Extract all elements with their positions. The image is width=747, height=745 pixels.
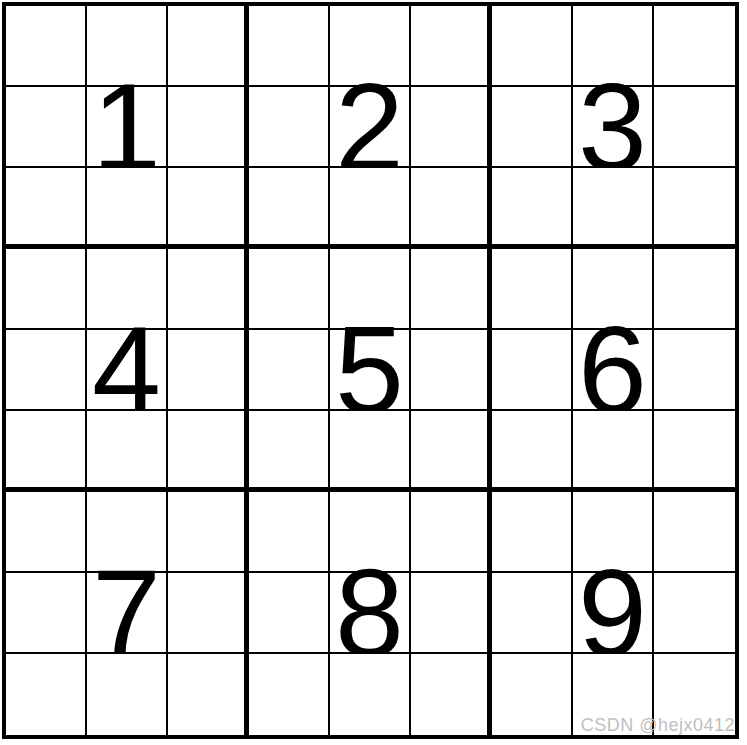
cell-r7c3[interactable] (168, 492, 249, 573)
cell-r6c8[interactable] (573, 411, 654, 492)
sudoku-page: 123456789 CSDN @hejx0412 (0, 0, 747, 745)
cell-r9c2[interactable] (87, 654, 168, 735)
cell-r6c5[interactable] (330, 411, 411, 492)
cell-r3c5[interactable] (330, 168, 411, 249)
cell-r3c8[interactable] (573, 168, 654, 249)
cell-r2c5[interactable]: 2 (330, 87, 411, 168)
cell-r5c3[interactable] (168, 330, 249, 411)
cell-r4c4[interactable] (249, 249, 330, 330)
cell-r6c4[interactable] (249, 411, 330, 492)
cell-r6c2[interactable] (87, 411, 168, 492)
cell-r3c9[interactable] (654, 168, 735, 249)
cell-r2c7[interactable] (492, 87, 573, 168)
cell-r4c6[interactable] (411, 249, 492, 330)
cell-r3c7[interactable] (492, 168, 573, 249)
cell-r6c3[interactable] (168, 411, 249, 492)
cell-r1c3[interactable] (168, 6, 249, 87)
cell-r1c6[interactable] (411, 6, 492, 87)
cell-r4c1[interactable] (6, 249, 87, 330)
cell-r7c4[interactable] (249, 492, 330, 573)
cell-r8c4[interactable] (249, 573, 330, 654)
cell-r1c1[interactable] (6, 6, 87, 87)
cell-r8c3[interactable] (168, 573, 249, 654)
cell-r7c9[interactable] (654, 492, 735, 573)
cell-r6c7[interactable] (492, 411, 573, 492)
cell-r5c2[interactable]: 4 (87, 330, 168, 411)
cell-r5c1[interactable] (6, 330, 87, 411)
cell-r4c3[interactable] (168, 249, 249, 330)
cell-r8c8[interactable]: 9 (573, 573, 654, 654)
cell-r2c8[interactable]: 3 (573, 87, 654, 168)
cell-r5c6[interactable] (411, 330, 492, 411)
cell-r4c7[interactable] (492, 249, 573, 330)
cell-r9c7[interactable] (492, 654, 573, 735)
cell-r3c6[interactable] (411, 168, 492, 249)
cell-r3c2[interactable] (87, 168, 168, 249)
cell-r9c5[interactable] (330, 654, 411, 735)
cell-r9c1[interactable] (6, 654, 87, 735)
cell-r8c2[interactable]: 7 (87, 573, 168, 654)
cell-r3c4[interactable] (249, 168, 330, 249)
cell-r8c9[interactable] (654, 573, 735, 654)
cell-r7c6[interactable] (411, 492, 492, 573)
cell-r9c6[interactable] (411, 654, 492, 735)
cell-r4c9[interactable] (654, 249, 735, 330)
cell-r2c4[interactable] (249, 87, 330, 168)
cell-r8c7[interactable] (492, 573, 573, 654)
cell-r5c9[interactable] (654, 330, 735, 411)
cell-r6c6[interactable] (411, 411, 492, 492)
cell-r9c3[interactable] (168, 654, 249, 735)
cell-r2c2[interactable]: 1 (87, 87, 168, 168)
cell-r9c4[interactable] (249, 654, 330, 735)
cell-r1c4[interactable] (249, 6, 330, 87)
cell-r8c1[interactable] (6, 573, 87, 654)
cell-r2c3[interactable] (168, 87, 249, 168)
cell-r7c7[interactable] (492, 492, 573, 573)
cell-r5c4[interactable] (249, 330, 330, 411)
cell-r6c1[interactable] (6, 411, 87, 492)
cell-r2c6[interactable] (411, 87, 492, 168)
watermark: CSDN @hejx0412 (581, 715, 735, 736)
cell-r1c9[interactable] (654, 6, 735, 87)
cell-r3c1[interactable] (6, 168, 87, 249)
sudoku-board: 123456789 (2, 2, 739, 739)
cell-r5c7[interactable] (492, 330, 573, 411)
cell-r5c5[interactable]: 5 (330, 330, 411, 411)
cell-r2c1[interactable] (6, 87, 87, 168)
cell-r8c5[interactable]: 8 (330, 573, 411, 654)
cell-r3c3[interactable] (168, 168, 249, 249)
cell-r5c8[interactable]: 6 (573, 330, 654, 411)
cell-r8c6[interactable] (411, 573, 492, 654)
cell-r1c7[interactable] (492, 6, 573, 87)
cell-r2c9[interactable] (654, 87, 735, 168)
cell-r7c1[interactable] (6, 492, 87, 573)
cell-r6c9[interactable] (654, 411, 735, 492)
